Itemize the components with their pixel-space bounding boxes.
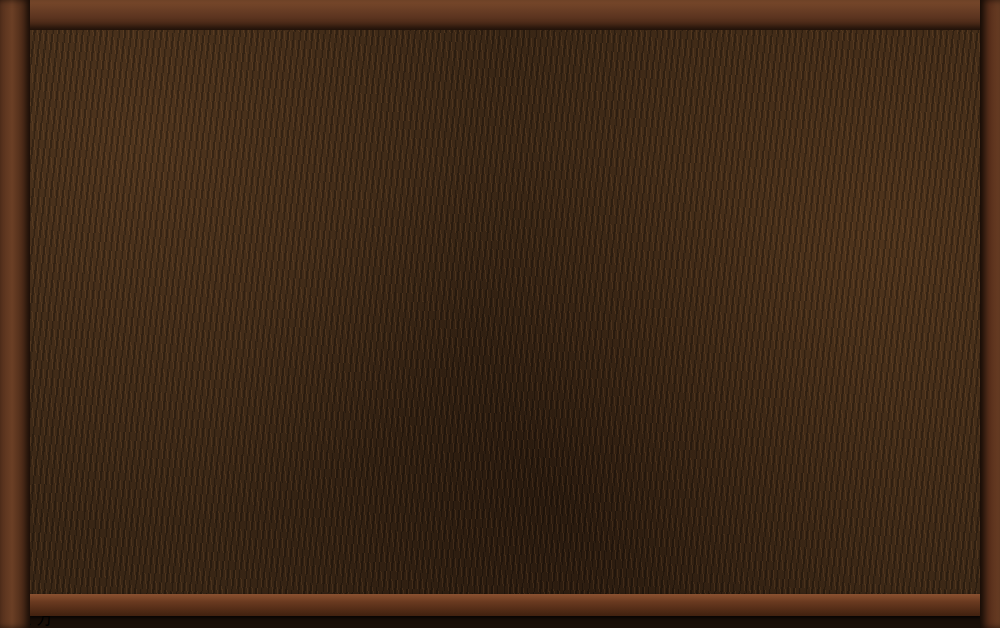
tray-frame-left [0, 0, 30, 628]
tray-floor [28, 28, 982, 614]
tray-bottom-shadow [28, 612, 982, 628]
tray-frame-top [0, 0, 1000, 30]
tray-frame-right [980, 0, 1000, 628]
mahjong-tray-photo: 1 一 万 2 二 万 3 三 万 4 四 万 5 伍 万 6 六 万 7 七 … [0, 0, 1000, 628]
